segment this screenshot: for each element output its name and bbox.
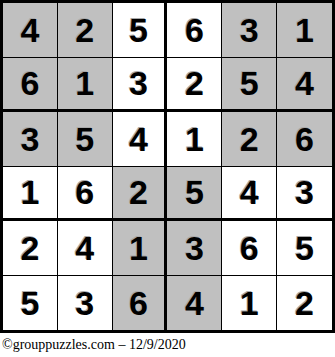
cell-r3c4: 1	[167, 112, 222, 167]
cell-r5c5: 6	[222, 221, 277, 276]
cell-r1c3: 5	[113, 3, 168, 58]
cell-r5c3: 1	[113, 221, 168, 276]
cell-r3c2: 5	[58, 112, 113, 167]
cell-r3c5: 2	[222, 112, 277, 167]
cell-r5c1: 2	[3, 221, 58, 276]
cell-r5c4: 3	[167, 221, 222, 276]
cell-r6c5: 1	[222, 276, 277, 331]
cell-r2c5: 5	[222, 58, 277, 113]
cell-r6c1: 5	[3, 276, 58, 331]
cell-r4c3: 2	[113, 167, 168, 222]
cell-r4c4: 5	[167, 167, 222, 222]
credit-line: ©grouppuzzles.com – 12/9/2020	[0, 333, 335, 357]
cell-r3c3: 4	[113, 112, 168, 167]
sudoku-puzzle-page: 425631613254354126162543241365536412 ©gr…	[0, 0, 335, 357]
cell-r6c4: 4	[167, 276, 222, 331]
cell-r6c3: 6	[113, 276, 168, 331]
cell-r1c5: 3	[222, 3, 277, 58]
cell-r3c6: 6	[277, 112, 332, 167]
credit-text: ©grouppuzzles.com – 12/9/2020	[2, 337, 186, 353]
cell-r5c6: 5	[277, 221, 332, 276]
cell-r2c2: 1	[58, 58, 113, 113]
cell-r4c6: 3	[277, 167, 332, 222]
cell-r4c5: 4	[222, 167, 277, 222]
cell-r6c6: 2	[277, 276, 332, 331]
cell-r1c4: 6	[167, 3, 222, 58]
cell-r1c1: 4	[3, 3, 58, 58]
cell-r4c2: 6	[58, 167, 113, 222]
cell-r2c6: 4	[277, 58, 332, 113]
cell-r6c2: 3	[58, 276, 113, 331]
cell-r2c3: 3	[113, 58, 168, 113]
cell-r1c2: 2	[58, 3, 113, 58]
cell-r2c4: 2	[167, 58, 222, 113]
cell-r4c1: 1	[3, 167, 58, 222]
cell-r2c1: 6	[3, 58, 58, 113]
cell-r1c6: 1	[277, 3, 332, 58]
cell-r3c1: 3	[3, 112, 58, 167]
cell-r5c2: 4	[58, 221, 113, 276]
sudoku-grid: 425631613254354126162543241365536412	[0, 0, 335, 333]
